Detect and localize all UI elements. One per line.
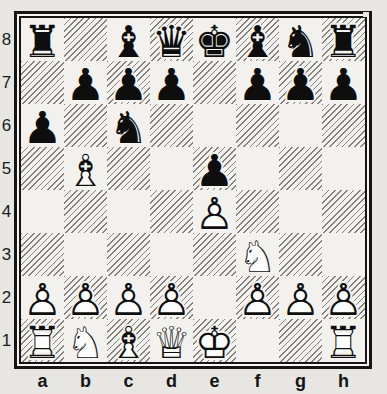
piece-halo: ♟ bbox=[21, 278, 64, 321]
piece-halo: ♟ bbox=[21, 106, 64, 149]
square-d3[interactable] bbox=[150, 233, 193, 276]
square-a3[interactable] bbox=[21, 233, 64, 276]
square-f5[interactable] bbox=[236, 147, 279, 190]
white-pawn: ♙ bbox=[236, 278, 279, 321]
black-knight: ♞ bbox=[279, 20, 322, 63]
file-label-b: b bbox=[64, 371, 107, 392]
square-b6[interactable] bbox=[64, 104, 107, 147]
square-e1[interactable]: ♚♔ bbox=[193, 319, 236, 362]
rank-label-8: 8 bbox=[0, 18, 13, 61]
file-label-c: c bbox=[107, 371, 150, 392]
piece-halo: ♞ bbox=[107, 106, 150, 149]
square-d4[interactable] bbox=[150, 190, 193, 233]
piece-halo: ♟ bbox=[150, 278, 193, 321]
file-label-a: a bbox=[21, 371, 64, 392]
square-b2[interactable]: ♟♙ bbox=[64, 276, 107, 319]
chess-diagram: 87654321 ♜♜♝♝♛♛♚♚♝♝♞♞♜♜♟♟♟♟♟♟♟♟♟♟♟♟♟♟♞♞♝… bbox=[0, 0, 387, 394]
piece-halo: ♟ bbox=[64, 278, 107, 321]
square-c8[interactable]: ♝♝ bbox=[107, 18, 150, 61]
square-g4[interactable] bbox=[279, 190, 322, 233]
square-d6[interactable] bbox=[150, 104, 193, 147]
square-d7[interactable]: ♟♟ bbox=[150, 61, 193, 104]
black-pawn: ♟ bbox=[107, 63, 150, 106]
square-a6[interactable]: ♟♟ bbox=[21, 104, 64, 147]
square-f1[interactable] bbox=[236, 319, 279, 362]
white-knight: ♘ bbox=[64, 321, 107, 364]
white-pawn: ♙ bbox=[150, 278, 193, 321]
piece-halo: ♛ bbox=[150, 321, 193, 364]
square-e4[interactable]: ♟♙ bbox=[193, 190, 236, 233]
piece-halo: ♜ bbox=[21, 20, 64, 63]
piece-halo: ♜ bbox=[322, 20, 365, 63]
rank-label-1: 1 bbox=[0, 319, 13, 362]
white-rook: ♖ bbox=[322, 321, 365, 364]
square-a7[interactable] bbox=[21, 61, 64, 104]
black-pawn: ♟ bbox=[322, 63, 365, 106]
file-label-d: d bbox=[150, 371, 193, 392]
square-f7[interactable]: ♟♟ bbox=[236, 61, 279, 104]
piece-halo: ♟ bbox=[64, 63, 107, 106]
square-c2[interactable]: ♟♙ bbox=[107, 276, 150, 319]
black-pawn: ♟ bbox=[279, 63, 322, 106]
square-h6[interactable] bbox=[322, 104, 365, 147]
piece-halo: ♚ bbox=[193, 321, 236, 364]
piece-halo: ♞ bbox=[236, 235, 279, 278]
black-queen: ♛ bbox=[150, 20, 193, 63]
piece-halo: ♟ bbox=[193, 192, 236, 235]
file-label-h: h bbox=[322, 371, 365, 392]
rank-label-3: 3 bbox=[0, 233, 13, 276]
square-h7[interactable]: ♟♟ bbox=[322, 61, 365, 104]
rank-labels: 87654321 bbox=[0, 18, 13, 362]
rank-label-2: 2 bbox=[0, 276, 13, 319]
white-knight: ♘ bbox=[236, 235, 279, 278]
square-a4[interactable] bbox=[21, 190, 64, 233]
border-print-notch bbox=[363, 12, 369, 17]
square-e3[interactable] bbox=[193, 233, 236, 276]
square-g7[interactable]: ♟♟ bbox=[279, 61, 322, 104]
square-h1[interactable]: ♜♖ bbox=[322, 319, 365, 362]
square-b7[interactable]: ♟♟ bbox=[64, 61, 107, 104]
square-b1[interactable]: ♞♘ bbox=[64, 319, 107, 362]
white-bishop: ♗ bbox=[107, 321, 150, 364]
black-rook: ♜ bbox=[21, 20, 64, 63]
square-h8[interactable]: ♜♜ bbox=[322, 18, 365, 61]
square-a1[interactable]: ♜♖ bbox=[21, 319, 64, 362]
white-pawn: ♙ bbox=[64, 278, 107, 321]
piece-halo: ♜ bbox=[322, 321, 365, 364]
board: ♜♜♝♝♛♛♚♚♝♝♞♞♜♜♟♟♟♟♟♟♟♟♟♟♟♟♟♟♞♞♝♗♟♟♟♙♞♘♟♙… bbox=[21, 18, 365, 362]
piece-halo: ♝ bbox=[64, 149, 107, 192]
piece-halo: ♜ bbox=[21, 321, 64, 364]
square-f8[interactable]: ♝♝ bbox=[236, 18, 279, 61]
square-g6[interactable] bbox=[279, 104, 322, 147]
piece-halo: ♟ bbox=[107, 278, 150, 321]
square-b3[interactable] bbox=[64, 233, 107, 276]
square-g2[interactable]: ♟♙ bbox=[279, 276, 322, 319]
square-g8[interactable]: ♞♞ bbox=[279, 18, 322, 61]
black-pawn: ♟ bbox=[236, 63, 279, 106]
black-knight: ♞ bbox=[107, 106, 150, 149]
white-pawn: ♙ bbox=[322, 278, 365, 321]
rank-label-7: 7 bbox=[0, 61, 13, 104]
piece-halo: ♞ bbox=[279, 20, 322, 63]
square-b8[interactable] bbox=[64, 18, 107, 61]
white-pawn: ♙ bbox=[21, 278, 64, 321]
white-queen: ♕ bbox=[150, 321, 193, 364]
file-label-f: f bbox=[236, 371, 279, 392]
rank-label-5: 5 bbox=[0, 147, 13, 190]
square-h2[interactable]: ♟♙ bbox=[322, 276, 365, 319]
square-f4[interactable] bbox=[236, 190, 279, 233]
square-d2[interactable]: ♟♙ bbox=[150, 276, 193, 319]
square-h5[interactable] bbox=[322, 147, 365, 190]
black-rook: ♜ bbox=[322, 20, 365, 63]
square-f6[interactable] bbox=[236, 104, 279, 147]
white-pawn: ♙ bbox=[107, 278, 150, 321]
board-inner-frame: ♜♜♝♝♛♛♚♚♝♝♞♞♜♜♟♟♟♟♟♟♟♟♟♟♟♟♟♟♞♞♝♗♟♟♟♙♞♘♟♙… bbox=[19, 16, 367, 364]
square-g3[interactable] bbox=[279, 233, 322, 276]
square-c4[interactable] bbox=[107, 190, 150, 233]
square-a8[interactable]: ♜♜ bbox=[21, 18, 64, 61]
black-pawn: ♟ bbox=[64, 63, 107, 106]
square-c1[interactable]: ♝♗ bbox=[107, 319, 150, 362]
file-labels: abcdefgh bbox=[21, 371, 365, 392]
square-d1[interactable]: ♛♕ bbox=[150, 319, 193, 362]
square-a2[interactable]: ♟♙ bbox=[21, 276, 64, 319]
piece-halo: ♞ bbox=[64, 321, 107, 364]
piece-halo: ♟ bbox=[236, 63, 279, 106]
white-rook: ♖ bbox=[21, 321, 64, 364]
square-c3[interactable] bbox=[107, 233, 150, 276]
square-c7[interactable]: ♟♟ bbox=[107, 61, 150, 104]
white-pawn: ♙ bbox=[279, 278, 322, 321]
square-c5[interactable] bbox=[107, 147, 150, 190]
square-g5[interactable] bbox=[279, 147, 322, 190]
square-e5[interactable]: ♟♟ bbox=[193, 147, 236, 190]
piece-halo: ♝ bbox=[107, 321, 150, 364]
piece-halo: ♟ bbox=[150, 63, 193, 106]
piece-halo: ♝ bbox=[107, 20, 150, 63]
square-e7[interactable] bbox=[193, 61, 236, 104]
black-bishop: ♝ bbox=[236, 20, 279, 63]
piece-halo: ♟ bbox=[193, 149, 236, 192]
black-pawn: ♟ bbox=[21, 106, 64, 149]
piece-halo: ♛ bbox=[150, 20, 193, 63]
square-b5[interactable]: ♝♗ bbox=[64, 147, 107, 190]
square-h4[interactable] bbox=[322, 190, 365, 233]
square-a5[interactable] bbox=[21, 147, 64, 190]
black-pawn: ♟ bbox=[150, 63, 193, 106]
piece-halo: ♟ bbox=[322, 278, 365, 321]
file-label-e: e bbox=[193, 371, 236, 392]
square-e8[interactable]: ♚♚ bbox=[193, 18, 236, 61]
piece-halo: ♟ bbox=[322, 63, 365, 106]
black-king: ♚ bbox=[193, 20, 236, 63]
white-pawn: ♙ bbox=[193, 192, 236, 235]
square-h3[interactable] bbox=[322, 233, 365, 276]
white-king: ♔ bbox=[193, 321, 236, 364]
square-e6[interactable] bbox=[193, 104, 236, 147]
piece-halo: ♝ bbox=[236, 20, 279, 63]
square-d8[interactable]: ♛♛ bbox=[150, 18, 193, 61]
black-bishop: ♝ bbox=[107, 20, 150, 63]
piece-halo: ♟ bbox=[107, 63, 150, 106]
piece-halo: ♟ bbox=[279, 63, 322, 106]
piece-halo: ♟ bbox=[236, 278, 279, 321]
square-f2[interactable]: ♟♙ bbox=[236, 276, 279, 319]
file-label-g: g bbox=[279, 371, 322, 392]
rank-label-6: 6 bbox=[0, 104, 13, 147]
piece-halo: ♟ bbox=[279, 278, 322, 321]
white-bishop: ♗ bbox=[64, 149, 107, 192]
square-g1[interactable] bbox=[279, 319, 322, 362]
square-b4[interactable] bbox=[64, 190, 107, 233]
board-frame: ♜♜♝♝♛♛♚♚♝♝♞♞♜♜♟♟♟♟♟♟♟♟♟♟♟♟♟♟♞♞♝♗♟♟♟♙♞♘♟♙… bbox=[14, 11, 372, 369]
rank-label-4: 4 bbox=[0, 190, 13, 233]
black-pawn: ♟ bbox=[193, 149, 236, 192]
square-e2[interactable] bbox=[193, 276, 236, 319]
square-f3[interactable]: ♞♘ bbox=[236, 233, 279, 276]
piece-halo: ♚ bbox=[193, 20, 236, 63]
square-c6[interactable]: ♞♞ bbox=[107, 104, 150, 147]
square-d5[interactable] bbox=[150, 147, 193, 190]
